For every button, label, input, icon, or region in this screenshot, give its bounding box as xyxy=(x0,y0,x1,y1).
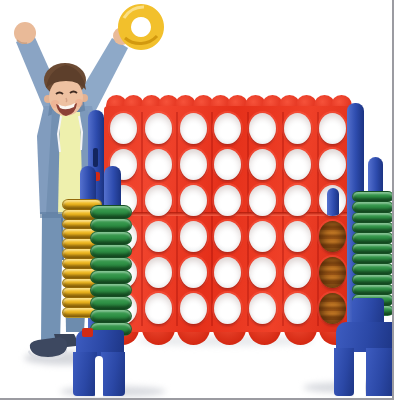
green-ring[interactable] xyxy=(352,201,394,212)
left-leg-rear-foot xyxy=(101,352,125,396)
right-leg-rear-foot xyxy=(366,348,394,396)
right-leg-arch xyxy=(354,352,365,397)
green-ring[interactable] xyxy=(90,270,132,284)
green-ring[interactable] xyxy=(90,244,132,258)
green-ring[interactable] xyxy=(90,205,132,219)
left-leg-arch xyxy=(95,356,103,397)
green-ring[interactable] xyxy=(90,309,132,323)
green-ring[interactable] xyxy=(90,257,132,271)
green-ring[interactable] xyxy=(352,263,394,274)
green-ring[interactable] xyxy=(352,232,394,243)
stack-left-front xyxy=(90,206,132,336)
left-leg-front-foot xyxy=(73,352,97,396)
green-ring[interactable] xyxy=(90,283,132,297)
left-leg-red-clip xyxy=(82,328,93,337)
right-leg-front-foot xyxy=(334,348,354,396)
green-ring[interactable] xyxy=(90,231,132,245)
green-ring[interactable] xyxy=(90,296,132,310)
green-ring[interactable] xyxy=(90,218,132,232)
product-photo-scene xyxy=(0,0,394,400)
